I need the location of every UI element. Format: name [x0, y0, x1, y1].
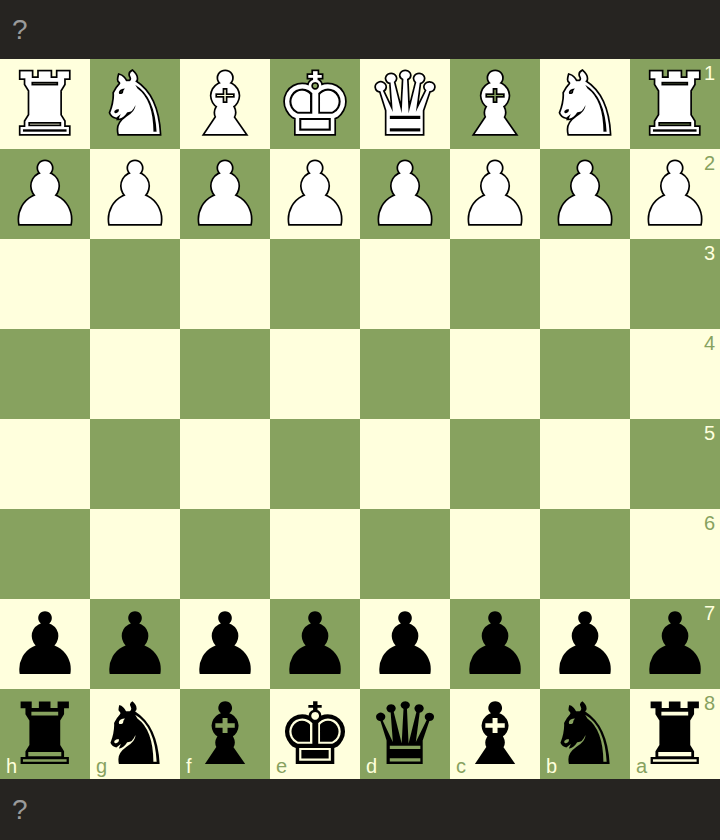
square-a7[interactable]: 7♟ [630, 599, 720, 689]
square-b2[interactable]: ♟ [540, 149, 630, 239]
white-rook[interactable]: ♜ [630, 59, 720, 149]
square-a1[interactable]: 1♜ [630, 59, 720, 149]
square-c8[interactable]: c♝ [450, 689, 540, 779]
black-pawn[interactable]: ♟ [360, 599, 450, 689]
white-pawn[interactable]: ♟ [0, 149, 90, 239]
white-pawn[interactable]: ♟ [180, 149, 270, 239]
square-b3[interactable] [540, 239, 630, 329]
black-pawn[interactable]: ♟ [90, 599, 180, 689]
square-b7[interactable]: ♟ [540, 599, 630, 689]
white-knight[interactable]: ♞ [90, 59, 180, 149]
square-g5[interactable] [90, 419, 180, 509]
square-d8[interactable]: d♛ [360, 689, 450, 779]
square-e6[interactable] [270, 509, 360, 599]
white-bishop[interactable]: ♝ [180, 59, 270, 149]
black-queen[interactable]: ♛ [360, 689, 450, 779]
rank-label-3: 3 [704, 243, 715, 263]
chess-board: ♜♞♝♚♛♝♞1♜♟♟♟♟♟♟♟2♟3456♟♟♟♟♟♟♟7♟h♜g♞f♝e♚d… [0, 59, 720, 779]
square-h5[interactable] [0, 419, 90, 509]
white-pawn[interactable]: ♟ [450, 149, 540, 239]
black-knight[interactable]: ♞ [90, 689, 180, 779]
square-b4[interactable] [540, 329, 630, 419]
square-f2[interactable]: ♟ [180, 149, 270, 239]
square-f8[interactable]: f♝ [180, 689, 270, 779]
square-d3[interactable] [360, 239, 450, 329]
square-d5[interactable] [360, 419, 450, 509]
black-rook[interactable]: ♜ [0, 689, 90, 779]
square-b1[interactable]: ♞ [540, 59, 630, 149]
black-king[interactable]: ♚ [270, 689, 360, 779]
square-d2[interactable]: ♟ [360, 149, 450, 239]
rank-label-4: 4 [704, 333, 715, 353]
square-f4[interactable] [180, 329, 270, 419]
square-d6[interactable] [360, 509, 450, 599]
square-d4[interactable] [360, 329, 450, 419]
square-b5[interactable] [540, 419, 630, 509]
square-f3[interactable] [180, 239, 270, 329]
white-rook[interactable]: ♜ [0, 59, 90, 149]
square-h8[interactable]: h♜ [0, 689, 90, 779]
black-pawn[interactable]: ♟ [270, 599, 360, 689]
square-g6[interactable] [90, 509, 180, 599]
rank-label-6: 6 [704, 513, 715, 533]
white-pawn[interactable]: ♟ [630, 149, 720, 239]
square-h3[interactable] [0, 239, 90, 329]
square-b6[interactable] [540, 509, 630, 599]
square-e2[interactable]: ♟ [270, 149, 360, 239]
square-g7[interactable]: ♟ [90, 599, 180, 689]
black-bishop[interactable]: ♝ [180, 689, 270, 779]
square-b8[interactable]: b♞ [540, 689, 630, 779]
black-pawn[interactable]: ♟ [0, 599, 90, 689]
white-pawn[interactable]: ♟ [270, 149, 360, 239]
square-a8[interactable]: 8a♜ [630, 689, 720, 779]
square-g8[interactable]: g♞ [90, 689, 180, 779]
rank-label-5: 5 [704, 423, 715, 443]
bottom-player-name: ? [12, 796, 28, 824]
square-c1[interactable]: ♝ [450, 59, 540, 149]
square-f6[interactable] [180, 509, 270, 599]
black-knight[interactable]: ♞ [540, 689, 630, 779]
square-e4[interactable] [270, 329, 360, 419]
black-bishop[interactable]: ♝ [450, 689, 540, 779]
square-a3[interactable]: 3 [630, 239, 720, 329]
square-e3[interactable] [270, 239, 360, 329]
white-knight[interactable]: ♞ [540, 59, 630, 149]
square-g2[interactable]: ♟ [90, 149, 180, 239]
square-g4[interactable] [90, 329, 180, 419]
square-h7[interactable]: ♟ [0, 599, 90, 689]
square-e1[interactable]: ♚ [270, 59, 360, 149]
white-pawn[interactable]: ♟ [540, 149, 630, 239]
square-g1[interactable]: ♞ [90, 59, 180, 149]
square-a5[interactable]: 5 [630, 419, 720, 509]
black-pawn[interactable]: ♟ [180, 599, 270, 689]
square-e8[interactable]: e♚ [270, 689, 360, 779]
square-f7[interactable]: ♟ [180, 599, 270, 689]
square-d7[interactable]: ♟ [360, 599, 450, 689]
square-e7[interactable]: ♟ [270, 599, 360, 689]
square-h6[interactable] [0, 509, 90, 599]
white-pawn[interactable]: ♟ [360, 149, 450, 239]
square-h4[interactable] [0, 329, 90, 419]
black-pawn[interactable]: ♟ [450, 599, 540, 689]
square-a6[interactable]: 6 [630, 509, 720, 599]
square-c4[interactable] [450, 329, 540, 419]
white-bishop[interactable]: ♝ [450, 59, 540, 149]
square-g3[interactable] [90, 239, 180, 329]
white-pawn[interactable]: ♟ [90, 149, 180, 239]
white-queen[interactable]: ♛ [360, 59, 450, 149]
square-h1[interactable]: ♜ [0, 59, 90, 149]
top-player-bar: ? [0, 0, 720, 59]
top-player-name: ? [12, 16, 28, 44]
bottom-player-bar: ? [0, 779, 720, 840]
white-king[interactable]: ♚ [270, 59, 360, 149]
black-pawn[interactable]: ♟ [630, 599, 720, 689]
black-pawn[interactable]: ♟ [540, 599, 630, 689]
square-c5[interactable] [450, 419, 540, 509]
square-c7[interactable]: ♟ [450, 599, 540, 689]
square-d1[interactable]: ♛ [360, 59, 450, 149]
black-rook[interactable]: ♜ [630, 689, 720, 779]
square-e5[interactable] [270, 419, 360, 509]
square-c3[interactable] [450, 239, 540, 329]
square-f5[interactable] [180, 419, 270, 509]
chess-app: ? ♜♞♝♚♛♝♞1♜♟♟♟♟♟♟♟2♟3456♟♟♟♟♟♟♟7♟h♜g♞f♝e… [0, 0, 720, 840]
square-a4[interactable]: 4 [630, 329, 720, 419]
square-c6[interactable] [450, 509, 540, 599]
square-h2[interactable]: ♟ [0, 149, 90, 239]
square-f1[interactable]: ♝ [180, 59, 270, 149]
square-a2[interactable]: 2♟ [630, 149, 720, 239]
square-c2[interactable]: ♟ [450, 149, 540, 239]
